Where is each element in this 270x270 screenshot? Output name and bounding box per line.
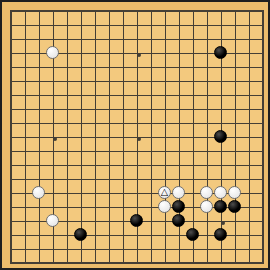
white-stone-P5[interactable] xyxy=(200,200,213,213)
intersection-L6[interactable] xyxy=(144,186,158,200)
intersection-C13[interactable] xyxy=(32,88,46,102)
intersection-F6[interactable] xyxy=(74,186,88,200)
intersection-P17[interactable] xyxy=(200,32,214,46)
intersection-P1[interactable] xyxy=(200,256,214,270)
intersection-Q15[interactable] xyxy=(214,60,228,74)
intersection-S1[interactable] xyxy=(242,256,256,270)
intersection-C19[interactable] xyxy=(32,4,46,18)
intersection-E13[interactable] xyxy=(60,88,74,102)
intersection-T16[interactable] xyxy=(256,46,270,60)
intersection-R13[interactable] xyxy=(228,88,242,102)
intersection-Q7[interactable] xyxy=(214,172,228,186)
intersection-C12[interactable] xyxy=(32,102,46,116)
intersection-A2[interactable] xyxy=(4,242,18,256)
intersection-H12[interactable] xyxy=(102,102,116,116)
intersection-A17[interactable] xyxy=(4,32,18,46)
intersection-H2[interactable] xyxy=(102,242,116,256)
intersection-J10[interactable] xyxy=(116,130,130,144)
intersection-E2[interactable] xyxy=(60,242,74,256)
intersection-T8[interactable] xyxy=(256,158,270,172)
intersection-O13[interactable] xyxy=(186,88,200,102)
intersection-A8[interactable] xyxy=(4,158,18,172)
intersection-K9[interactable] xyxy=(130,144,144,158)
intersection-L9[interactable] xyxy=(144,144,158,158)
intersection-H6[interactable] xyxy=(102,186,116,200)
intersection-S5[interactable] xyxy=(242,200,256,214)
intersection-K14[interactable] xyxy=(130,74,144,88)
intersection-S10[interactable] xyxy=(242,130,256,144)
intersection-O6[interactable] xyxy=(186,186,200,200)
intersection-K1[interactable] xyxy=(130,256,144,270)
intersection-L7[interactable] xyxy=(144,172,158,186)
intersection-Q19[interactable] xyxy=(214,4,228,18)
intersection-M12[interactable] xyxy=(158,102,172,116)
intersection-Q12[interactable] xyxy=(214,102,228,116)
intersection-M13[interactable] xyxy=(158,88,172,102)
intersection-H9[interactable] xyxy=(102,144,116,158)
black-stone-F3[interactable] xyxy=(74,228,87,241)
intersection-E19[interactable] xyxy=(60,4,74,18)
white-stone-D4[interactable] xyxy=(46,214,59,227)
intersection-N19[interactable] xyxy=(172,4,186,18)
intersection-J7[interactable] xyxy=(116,172,130,186)
intersection-L1[interactable] xyxy=(144,256,158,270)
intersection-J15[interactable] xyxy=(116,60,130,74)
intersection-P16[interactable] xyxy=(200,46,214,60)
intersection-J1[interactable] xyxy=(116,256,130,270)
intersection-Q1[interactable] xyxy=(214,256,228,270)
intersection-H11[interactable] xyxy=(102,116,116,130)
intersection-C5[interactable] xyxy=(32,200,46,214)
intersection-C8[interactable] xyxy=(32,158,46,172)
intersection-T11[interactable] xyxy=(256,116,270,130)
intersection-N9[interactable] xyxy=(172,144,186,158)
intersection-J16[interactable] xyxy=(116,46,130,60)
intersection-A9[interactable] xyxy=(4,144,18,158)
intersection-T9[interactable] xyxy=(256,144,270,158)
intersection-R16[interactable] xyxy=(228,46,242,60)
intersection-T12[interactable] xyxy=(256,102,270,116)
intersection-L11[interactable] xyxy=(144,116,158,130)
intersection-J2[interactable] xyxy=(116,242,130,256)
intersection-H4[interactable] xyxy=(102,214,116,228)
intersection-R12[interactable] xyxy=(228,102,242,116)
intersection-K6[interactable] xyxy=(130,186,144,200)
intersection-A18[interactable] xyxy=(4,18,18,32)
intersection-K8[interactable] xyxy=(130,158,144,172)
intersection-O18[interactable] xyxy=(186,18,200,32)
intersection-T6[interactable] xyxy=(256,186,270,200)
intersection-E11[interactable] xyxy=(60,116,74,130)
intersection-K17[interactable] xyxy=(130,32,144,46)
black-stone-Q5[interactable] xyxy=(214,200,227,213)
intersection-B11[interactable] xyxy=(18,116,32,130)
intersection-L8[interactable] xyxy=(144,158,158,172)
intersection-S16[interactable] xyxy=(242,46,256,60)
intersection-T14[interactable] xyxy=(256,74,270,88)
black-stone-Q10[interactable] xyxy=(214,130,227,143)
intersection-F16[interactable] xyxy=(74,46,88,60)
intersection-D3[interactable] xyxy=(46,228,60,242)
black-stone-Q3[interactable] xyxy=(214,228,227,241)
intersection-N16[interactable] xyxy=(172,46,186,60)
intersection-O7[interactable] xyxy=(186,172,200,186)
intersection-S4[interactable] xyxy=(242,214,256,228)
intersection-S11[interactable] xyxy=(242,116,256,130)
intersection-C15[interactable] xyxy=(32,60,46,74)
intersection-N18[interactable] xyxy=(172,18,186,32)
intersection-N17[interactable] xyxy=(172,32,186,46)
intersection-Q13[interactable] xyxy=(214,88,228,102)
intersection-O16[interactable] xyxy=(186,46,200,60)
intersection-L15[interactable] xyxy=(144,60,158,74)
intersection-K12[interactable] xyxy=(130,102,144,116)
intersection-G10[interactable] xyxy=(88,130,102,144)
intersection-R3[interactable] xyxy=(228,228,242,242)
intersection-O11[interactable] xyxy=(186,116,200,130)
intersection-D8[interactable] xyxy=(46,158,60,172)
white-stone-R6[interactable] xyxy=(228,186,241,199)
intersection-J8[interactable] xyxy=(116,158,130,172)
intersection-B15[interactable] xyxy=(18,60,32,74)
intersection-J13[interactable] xyxy=(116,88,130,102)
intersection-D1[interactable] xyxy=(46,256,60,270)
intersection-C4[interactable] xyxy=(32,214,46,228)
intersection-F15[interactable] xyxy=(74,60,88,74)
intersection-D5[interactable] xyxy=(46,200,60,214)
intersection-Q17[interactable] xyxy=(214,32,228,46)
intersection-H15[interactable] xyxy=(102,60,116,74)
intersection-G11[interactable] xyxy=(88,116,102,130)
intersection-N14[interactable] xyxy=(172,74,186,88)
black-stone-N4[interactable] xyxy=(172,214,185,227)
intersection-B4[interactable] xyxy=(18,214,32,228)
intersection-D10[interactable] xyxy=(46,130,60,144)
intersection-E18[interactable] xyxy=(60,18,74,32)
intersection-P8[interactable] xyxy=(200,158,214,172)
intersection-T3[interactable] xyxy=(256,228,270,242)
intersection-G13[interactable] xyxy=(88,88,102,102)
intersection-T2[interactable] xyxy=(256,242,270,256)
intersection-B2[interactable] xyxy=(18,242,32,256)
intersection-A7[interactable] xyxy=(4,172,18,186)
intersection-O1[interactable] xyxy=(186,256,200,270)
intersection-K15[interactable] xyxy=(130,60,144,74)
intersection-L16[interactable] xyxy=(144,46,158,60)
intersection-Q18[interactable] xyxy=(214,18,228,32)
intersection-M4[interactable] xyxy=(158,214,172,228)
intersection-H7[interactable] xyxy=(102,172,116,186)
intersection-P15[interactable] xyxy=(200,60,214,74)
intersection-T18[interactable] xyxy=(256,18,270,32)
intersection-M9[interactable] xyxy=(158,144,172,158)
intersection-M10[interactable] xyxy=(158,130,172,144)
intersection-J19[interactable] xyxy=(116,4,130,18)
intersection-E12[interactable] xyxy=(60,102,74,116)
intersection-F17[interactable] xyxy=(74,32,88,46)
intersection-G7[interactable] xyxy=(88,172,102,186)
intersection-G19[interactable] xyxy=(88,4,102,18)
intersection-E9[interactable] xyxy=(60,144,74,158)
black-stone-N5[interactable] xyxy=(172,200,185,213)
intersection-E1[interactable] xyxy=(60,256,74,270)
intersection-P18[interactable] xyxy=(200,18,214,32)
intersection-C2[interactable] xyxy=(32,242,46,256)
intersection-O12[interactable] xyxy=(186,102,200,116)
intersection-G8[interactable] xyxy=(88,158,102,172)
intersection-R19[interactable] xyxy=(228,4,242,18)
intersection-A5[interactable] xyxy=(4,200,18,214)
intersection-D12[interactable] xyxy=(46,102,60,116)
intersection-D18[interactable] xyxy=(46,18,60,32)
intersection-C18[interactable] xyxy=(32,18,46,32)
intersection-P7[interactable] xyxy=(200,172,214,186)
intersection-B9[interactable] xyxy=(18,144,32,158)
white-stone-C6[interactable] xyxy=(32,186,45,199)
intersection-R18[interactable] xyxy=(228,18,242,32)
intersection-L2[interactable] xyxy=(144,242,158,256)
intersection-R15[interactable] xyxy=(228,60,242,74)
intersection-K18[interactable] xyxy=(130,18,144,32)
intersection-P13[interactable] xyxy=(200,88,214,102)
intersection-L14[interactable] xyxy=(144,74,158,88)
intersection-G18[interactable] xyxy=(88,18,102,32)
intersection-F5[interactable] xyxy=(74,200,88,214)
intersection-A1[interactable] xyxy=(4,256,18,270)
black-stone-Q16[interactable] xyxy=(214,46,227,59)
intersection-E6[interactable] xyxy=(60,186,74,200)
intersection-Q14[interactable] xyxy=(214,74,228,88)
intersection-G3[interactable] xyxy=(88,228,102,242)
intersection-G14[interactable] xyxy=(88,74,102,88)
intersection-A4[interactable] xyxy=(4,214,18,228)
intersection-A19[interactable] xyxy=(4,4,18,18)
intersection-S8[interactable] xyxy=(242,158,256,172)
intersection-H10[interactable] xyxy=(102,130,116,144)
intersection-C10[interactable] xyxy=(32,130,46,144)
intersection-B14[interactable] xyxy=(18,74,32,88)
intersection-R8[interactable] xyxy=(228,158,242,172)
intersection-C3[interactable] xyxy=(32,228,46,242)
intersection-C17[interactable] xyxy=(32,32,46,46)
intersection-S2[interactable] xyxy=(242,242,256,256)
intersection-F9[interactable] xyxy=(74,144,88,158)
intersection-C11[interactable] xyxy=(32,116,46,130)
intersection-M14[interactable] xyxy=(158,74,172,88)
intersection-A10[interactable] xyxy=(4,130,18,144)
intersection-L17[interactable] xyxy=(144,32,158,46)
intersection-M19[interactable] xyxy=(158,4,172,18)
intersection-J18[interactable] xyxy=(116,18,130,32)
intersection-R7[interactable] xyxy=(228,172,242,186)
intersection-T19[interactable] xyxy=(256,4,270,18)
intersection-F8[interactable] xyxy=(74,158,88,172)
intersection-N13[interactable] xyxy=(172,88,186,102)
intersection-S18[interactable] xyxy=(242,18,256,32)
intersection-N7[interactable] xyxy=(172,172,186,186)
intersection-G12[interactable] xyxy=(88,102,102,116)
intersection-H16[interactable] xyxy=(102,46,116,60)
intersection-P3[interactable] xyxy=(200,228,214,242)
intersection-K10[interactable] xyxy=(130,130,144,144)
intersection-B5[interactable] xyxy=(18,200,32,214)
intersection-P9[interactable] xyxy=(200,144,214,158)
intersection-E7[interactable] xyxy=(60,172,74,186)
intersection-R10[interactable] xyxy=(228,130,242,144)
intersection-P2[interactable] xyxy=(200,242,214,256)
intersection-J11[interactable] xyxy=(116,116,130,130)
intersection-R1[interactable] xyxy=(228,256,242,270)
intersection-M1[interactable] xyxy=(158,256,172,270)
intersection-R17[interactable] xyxy=(228,32,242,46)
intersection-H14[interactable] xyxy=(102,74,116,88)
intersection-F14[interactable] xyxy=(74,74,88,88)
intersection-Q11[interactable] xyxy=(214,116,228,130)
intersection-H17[interactable] xyxy=(102,32,116,46)
intersection-L12[interactable] xyxy=(144,102,158,116)
intersection-A11[interactable] xyxy=(4,116,18,130)
intersection-R11[interactable] xyxy=(228,116,242,130)
intersection-L19[interactable] xyxy=(144,4,158,18)
intersection-D9[interactable] xyxy=(46,144,60,158)
intersection-D2[interactable] xyxy=(46,242,60,256)
intersection-L13[interactable] xyxy=(144,88,158,102)
intersection-F10[interactable] xyxy=(74,130,88,144)
intersection-N11[interactable] xyxy=(172,116,186,130)
intersection-A14[interactable] xyxy=(4,74,18,88)
intersection-L3[interactable] xyxy=(144,228,158,242)
intersection-O10[interactable] xyxy=(186,130,200,144)
intersection-S13[interactable] xyxy=(242,88,256,102)
intersection-C9[interactable] xyxy=(32,144,46,158)
intersection-M18[interactable] xyxy=(158,18,172,32)
intersection-D14[interactable] xyxy=(46,74,60,88)
intersection-E4[interactable] xyxy=(60,214,74,228)
intersection-N3[interactable] xyxy=(172,228,186,242)
intersection-J17[interactable] xyxy=(116,32,130,46)
intersection-N1[interactable] xyxy=(172,256,186,270)
intersection-D11[interactable] xyxy=(46,116,60,130)
intersection-M7[interactable] xyxy=(158,172,172,186)
intersection-B6[interactable] xyxy=(18,186,32,200)
intersection-A16[interactable] xyxy=(4,46,18,60)
intersection-Q8[interactable] xyxy=(214,158,228,172)
intersection-K2[interactable] xyxy=(130,242,144,256)
intersection-L4[interactable] xyxy=(144,214,158,228)
intersection-D17[interactable] xyxy=(46,32,60,46)
intersection-D15[interactable] xyxy=(46,60,60,74)
intersection-J9[interactable] xyxy=(116,144,130,158)
intersection-H5[interactable] xyxy=(102,200,116,214)
intersection-K19[interactable] xyxy=(130,4,144,18)
intersection-J3[interactable] xyxy=(116,228,130,242)
intersection-G17[interactable] xyxy=(88,32,102,46)
intersection-R2[interactable] xyxy=(228,242,242,256)
intersection-C1[interactable] xyxy=(32,256,46,270)
intersection-S7[interactable] xyxy=(242,172,256,186)
white-stone-P6[interactable] xyxy=(200,186,213,199)
intersection-T13[interactable] xyxy=(256,88,270,102)
intersection-N10[interactable] xyxy=(172,130,186,144)
intersection-G6[interactable] xyxy=(88,186,102,200)
intersection-N8[interactable] xyxy=(172,158,186,172)
intersection-B10[interactable] xyxy=(18,130,32,144)
intersection-M3[interactable] xyxy=(158,228,172,242)
intersection-O4[interactable] xyxy=(186,214,200,228)
intersection-A12[interactable] xyxy=(4,102,18,116)
black-stone-O3[interactable] xyxy=(186,228,199,241)
intersection-O14[interactable] xyxy=(186,74,200,88)
intersection-E15[interactable] xyxy=(60,60,74,74)
intersection-Q4[interactable] xyxy=(214,214,228,228)
intersection-E14[interactable] xyxy=(60,74,74,88)
intersection-O8[interactable] xyxy=(186,158,200,172)
intersection-E16[interactable] xyxy=(60,46,74,60)
intersection-L5[interactable] xyxy=(144,200,158,214)
intersection-K7[interactable] xyxy=(130,172,144,186)
black-stone-R5[interactable] xyxy=(228,200,241,213)
intersection-B18[interactable] xyxy=(18,18,32,32)
intersection-K5[interactable] xyxy=(130,200,144,214)
intersection-H3[interactable] xyxy=(102,228,116,242)
intersection-R9[interactable] xyxy=(228,144,242,158)
intersection-O19[interactable] xyxy=(186,4,200,18)
intersection-J6[interactable] xyxy=(116,186,130,200)
intersection-B19[interactable] xyxy=(18,4,32,18)
intersection-A15[interactable] xyxy=(4,60,18,74)
intersection-P19[interactable] xyxy=(200,4,214,18)
intersection-H13[interactable] xyxy=(102,88,116,102)
intersection-K3[interactable] xyxy=(130,228,144,242)
intersection-M8[interactable] xyxy=(158,158,172,172)
intersection-J5[interactable] xyxy=(116,200,130,214)
intersection-A3[interactable] xyxy=(4,228,18,242)
intersection-S9[interactable] xyxy=(242,144,256,158)
intersection-B13[interactable] xyxy=(18,88,32,102)
intersection-A6[interactable] xyxy=(4,186,18,200)
intersection-G15[interactable] xyxy=(88,60,102,74)
intersection-G5[interactable] xyxy=(88,200,102,214)
intersection-H8[interactable] xyxy=(102,158,116,172)
intersection-F4[interactable] xyxy=(74,214,88,228)
intersection-E17[interactable] xyxy=(60,32,74,46)
intersection-F11[interactable] xyxy=(74,116,88,130)
intersection-R4[interactable] xyxy=(228,214,242,228)
intersection-P4[interactable] xyxy=(200,214,214,228)
white-stone-N6[interactable] xyxy=(172,186,185,199)
intersection-C16[interactable] xyxy=(32,46,46,60)
intersection-B1[interactable] xyxy=(18,256,32,270)
intersection-O9[interactable] xyxy=(186,144,200,158)
intersection-S17[interactable] xyxy=(242,32,256,46)
intersection-B3[interactable] xyxy=(18,228,32,242)
intersection-D6[interactable] xyxy=(46,186,60,200)
intersection-T5[interactable] xyxy=(256,200,270,214)
intersection-B16[interactable] xyxy=(18,46,32,60)
intersection-H19[interactable] xyxy=(102,4,116,18)
intersection-D19[interactable] xyxy=(46,4,60,18)
intersection-M16[interactable] xyxy=(158,46,172,60)
intersection-O17[interactable] xyxy=(186,32,200,46)
intersection-C7[interactable] xyxy=(32,172,46,186)
black-stone-K4[interactable] xyxy=(130,214,143,227)
intersection-E3[interactable] xyxy=(60,228,74,242)
intersection-K11[interactable] xyxy=(130,116,144,130)
intersection-E8[interactable] xyxy=(60,158,74,172)
intersection-N2[interactable] xyxy=(172,242,186,256)
intersection-S3[interactable] xyxy=(242,228,256,242)
intersection-G1[interactable] xyxy=(88,256,102,270)
